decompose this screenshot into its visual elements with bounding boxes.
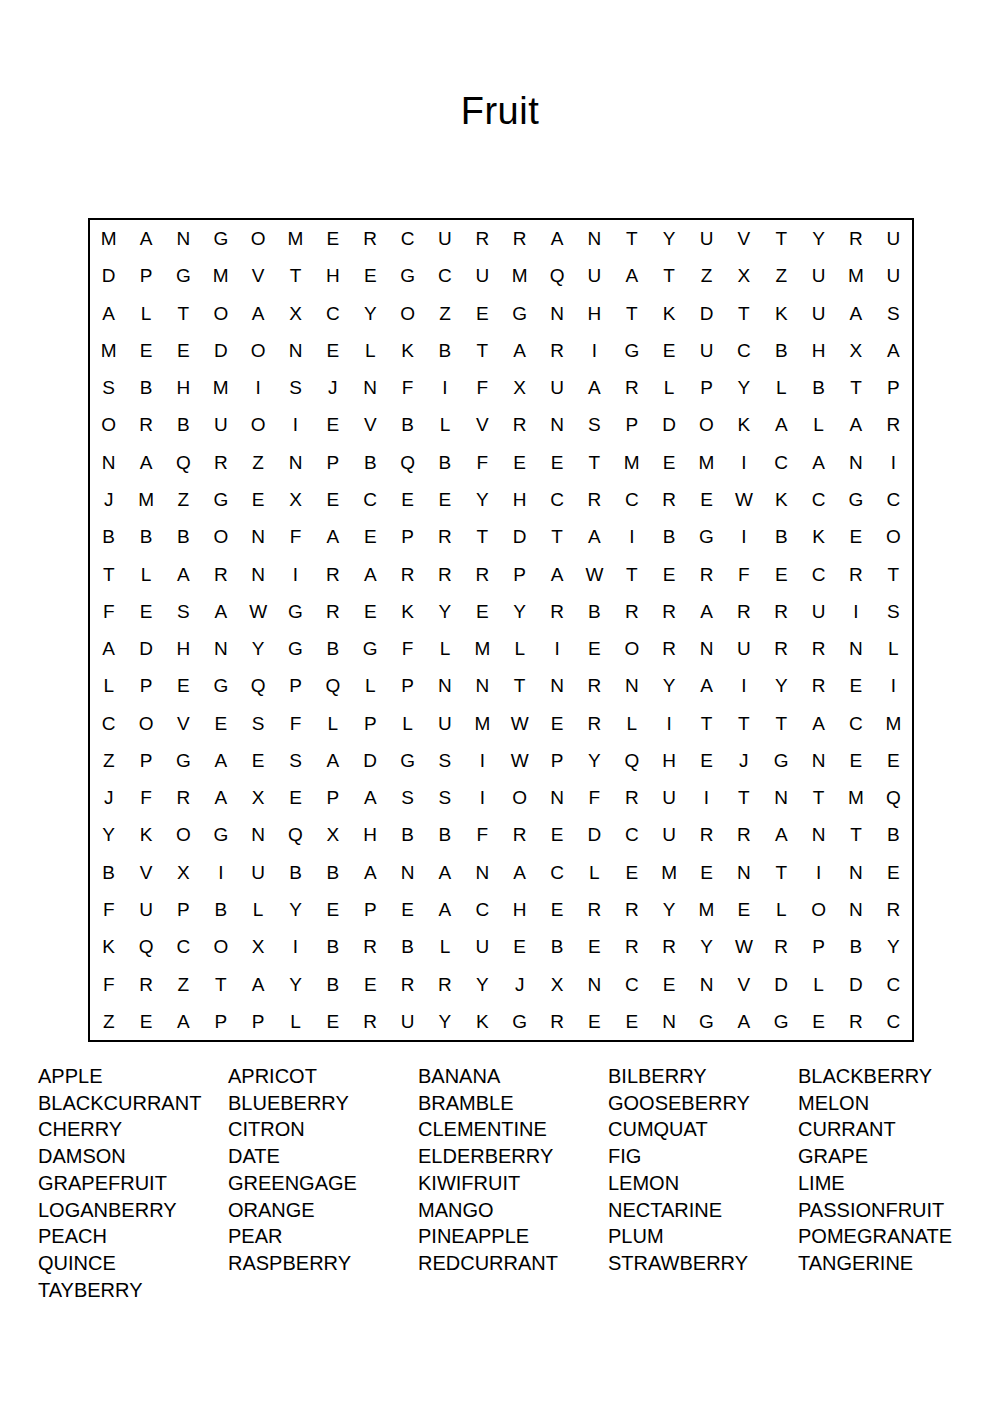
grid-cell[interactable]: U [688,220,725,257]
grid-cell[interactable]: R [837,1003,874,1040]
grid-cell[interactable]: A [239,965,276,1002]
grid-cell[interactable]: L [127,555,164,592]
grid-cell[interactable]: N [576,965,613,1002]
grid-cell[interactable]: M [464,630,501,667]
grid-cell[interactable]: Q [277,816,314,853]
grid-cell[interactable]: I [875,444,912,481]
grid-cell[interactable]: C [613,481,650,518]
grid-cell[interactable]: Y [426,593,463,630]
grid-cell[interactable]: B [352,444,389,481]
grid-cell[interactable]: D [127,630,164,667]
grid-cell[interactable]: A [202,779,239,816]
grid-cell[interactable]: N [613,667,650,704]
grid-cell[interactable]: L [650,369,687,406]
grid-cell[interactable]: T [763,220,800,257]
grid-cell[interactable]: U [688,332,725,369]
grid-cell[interactable]: Y [688,928,725,965]
grid-cell[interactable]: A [426,854,463,891]
grid-cell[interactable]: I [277,555,314,592]
grid-cell[interactable]: P [127,667,164,704]
grid-cell[interactable]: T [90,555,127,592]
grid-cell[interactable]: M [837,779,874,816]
grid-cell[interactable]: O [202,518,239,555]
grid-cell[interactable]: U [464,257,501,294]
grid-cell[interactable]: I [239,369,276,406]
grid-cell[interactable]: R [688,816,725,853]
grid-cell[interactable]: N [277,332,314,369]
grid-cell[interactable]: O [389,295,426,332]
grid-cell[interactable]: L [501,630,538,667]
grid-cell[interactable]: F [127,779,164,816]
grid-cell[interactable]: K [90,928,127,965]
grid-cell[interactable]: I [725,667,762,704]
grid-cell[interactable]: L [426,928,463,965]
grid-cell[interactable]: F [576,779,613,816]
grid-cell[interactable]: R [464,555,501,592]
grid-cell[interactable]: E [127,593,164,630]
grid-cell[interactable]: O [239,220,276,257]
grid-cell[interactable]: M [202,369,239,406]
grid-cell[interactable]: Z [763,257,800,294]
grid-cell[interactable]: N [277,444,314,481]
grid-cell[interactable]: M [127,481,164,518]
grid-cell[interactable]: U [800,593,837,630]
grid-cell[interactable]: C [875,481,912,518]
grid-cell[interactable]: F [725,555,762,592]
grid-cell[interactable]: E [239,742,276,779]
grid-cell[interactable]: B [314,965,351,1002]
grid-cell[interactable]: R [875,406,912,443]
grid-cell[interactable]: C [613,816,650,853]
grid-cell[interactable]: N [538,295,575,332]
grid-cell[interactable]: G [763,1003,800,1040]
grid-cell[interactable]: R [314,593,351,630]
grid-cell[interactable]: R [763,928,800,965]
grid-cell[interactable]: B [763,518,800,555]
grid-cell[interactable]: S [875,295,912,332]
grid-cell[interactable]: C [763,444,800,481]
grid-cell[interactable]: I [688,779,725,816]
grid-cell[interactable]: E [837,667,874,704]
grid-cell[interactable]: Z [165,481,202,518]
grid-cell[interactable]: B [90,518,127,555]
grid-cell[interactable]: A [314,518,351,555]
grid-cell[interactable]: S [277,369,314,406]
grid-cell[interactable]: F [90,965,127,1002]
grid-cell[interactable]: O [202,928,239,965]
grid-cell[interactable]: T [725,779,762,816]
grid-cell[interactable]: Y [650,667,687,704]
grid-cell[interactable]: D [688,295,725,332]
grid-cell[interactable]: D [576,816,613,853]
grid-cell[interactable]: E [650,444,687,481]
grid-cell[interactable]: R [501,220,538,257]
grid-cell[interactable]: T [576,444,613,481]
grid-cell[interactable]: B [277,854,314,891]
grid-cell[interactable]: E [389,481,426,518]
grid-cell[interactable]: G [389,257,426,294]
grid-cell[interactable]: C [538,854,575,891]
grid-cell[interactable]: E [763,555,800,592]
grid-cell[interactable]: E [650,332,687,369]
grid-cell[interactable]: E [426,481,463,518]
grid-cell[interactable]: N [538,779,575,816]
grid-cell[interactable]: D [352,742,389,779]
grid-cell[interactable]: K [127,816,164,853]
grid-cell[interactable]: P [352,705,389,742]
grid-cell[interactable]: S [277,742,314,779]
grid-cell[interactable]: E [650,555,687,592]
grid-cell[interactable]: R [426,965,463,1002]
grid-cell[interactable]: T [613,555,650,592]
grid-cell[interactable]: A [202,593,239,630]
grid-cell[interactable]: G [613,332,650,369]
grid-cell[interactable]: T [763,705,800,742]
grid-cell[interactable]: G [165,742,202,779]
grid-cell[interactable]: R [725,593,762,630]
grid-cell[interactable]: U [800,257,837,294]
grid-cell[interactable]: L [800,965,837,1002]
grid-cell[interactable]: T [837,369,874,406]
grid-cell[interactable]: X [501,369,538,406]
grid-cell[interactable]: W [576,555,613,592]
grid-cell[interactable]: C [389,220,426,257]
grid-cell[interactable]: L [127,295,164,332]
grid-cell[interactable]: G [688,1003,725,1040]
grid-cell[interactable]: R [501,816,538,853]
grid-cell[interactable]: P [389,667,426,704]
grid-cell[interactable]: R [613,891,650,928]
grid-cell[interactable]: N [576,220,613,257]
grid-cell[interactable]: E [725,891,762,928]
grid-cell[interactable]: B [389,928,426,965]
grid-cell[interactable]: R [389,555,426,592]
grid-cell[interactable]: R [127,965,164,1002]
grid-cell[interactable]: G [277,630,314,667]
grid-cell[interactable]: P [165,891,202,928]
grid-cell[interactable]: A [875,332,912,369]
grid-cell[interactable]: E [688,854,725,891]
grid-cell[interactable]: X [725,257,762,294]
grid-cell[interactable]: J [314,369,351,406]
grid-cell[interactable]: L [389,705,426,742]
grid-cell[interactable]: F [277,518,314,555]
grid-cell[interactable]: R [389,965,426,1002]
grid-cell[interactable]: E [127,1003,164,1040]
grid-cell[interactable]: D [763,965,800,1002]
grid-cell[interactable]: R [426,555,463,592]
grid-cell[interactable]: Q [314,667,351,704]
grid-cell[interactable]: V [239,257,276,294]
grid-cell[interactable]: N [352,369,389,406]
grid-cell[interactable]: H [501,481,538,518]
grid-cell[interactable]: T [277,257,314,294]
grid-cell[interactable]: G [688,518,725,555]
grid-cell[interactable]: I [538,630,575,667]
grid-cell[interactable]: L [875,630,912,667]
grid-cell[interactable]: A [127,444,164,481]
grid-cell[interactable]: R [426,518,463,555]
grid-cell[interactable]: B [426,332,463,369]
grid-cell[interactable]: U [464,928,501,965]
grid-cell[interactable]: R [650,481,687,518]
grid-cell[interactable]: K [389,593,426,630]
grid-cell[interactable]: I [464,742,501,779]
grid-cell[interactable]: Z [165,965,202,1002]
grid-cell[interactable]: O [800,891,837,928]
grid-cell[interactable]: R [202,555,239,592]
grid-cell[interactable]: I [277,928,314,965]
grid-cell[interactable]: Y [725,369,762,406]
grid-cell[interactable]: F [464,369,501,406]
grid-cell[interactable]: N [837,630,874,667]
grid-cell[interactable]: Z [90,742,127,779]
grid-cell[interactable]: K [725,406,762,443]
grid-cell[interactable]: A [837,406,874,443]
grid-cell[interactable]: M [688,444,725,481]
grid-cell[interactable]: T [800,779,837,816]
grid-cell[interactable]: I [725,518,762,555]
grid-cell[interactable]: T [650,257,687,294]
grid-cell[interactable]: C [800,481,837,518]
grid-cell[interactable]: N [239,518,276,555]
grid-cell[interactable]: S [165,593,202,630]
grid-cell[interactable]: E [165,667,202,704]
grid-cell[interactable]: X [277,481,314,518]
grid-cell[interactable]: N [464,854,501,891]
grid-cell[interactable]: O [501,779,538,816]
grid-cell[interactable]: M [501,257,538,294]
grid-cell[interactable]: U [576,257,613,294]
grid-cell[interactable]: P [314,779,351,816]
grid-cell[interactable]: U [426,705,463,742]
grid-cell[interactable]: Z [426,295,463,332]
grid-cell[interactable]: A [165,555,202,592]
grid-cell[interactable]: N [837,891,874,928]
grid-cell[interactable]: N [538,667,575,704]
grid-cell[interactable]: E [314,891,351,928]
grid-cell[interactable]: X [314,816,351,853]
grid-cell[interactable]: B [875,816,912,853]
grid-cell[interactable]: A [165,1003,202,1040]
grid-cell[interactable]: N [688,630,725,667]
grid-cell[interactable]: O [165,816,202,853]
grid-cell[interactable]: K [800,518,837,555]
grid-cell[interactable]: I [464,779,501,816]
grid-cell[interactable]: B [90,854,127,891]
grid-cell[interactable]: E [352,518,389,555]
grid-cell[interactable]: P [277,667,314,704]
grid-cell[interactable]: E [314,1003,351,1040]
grid-cell[interactable]: P [202,1003,239,1040]
grid-cell[interactable]: B [650,518,687,555]
grid-cell[interactable]: O [613,630,650,667]
grid-cell[interactable]: E [127,332,164,369]
grid-cell[interactable]: P [127,257,164,294]
grid-cell[interactable]: P [239,1003,276,1040]
grid-cell[interactable]: Y [239,630,276,667]
grid-cell[interactable]: Y [426,1003,463,1040]
grid-cell[interactable]: Q [127,928,164,965]
grid-cell[interactable]: B [314,630,351,667]
grid-cell[interactable]: E [389,891,426,928]
grid-cell[interactable]: Y [277,965,314,1002]
grid-cell[interactable]: T [613,295,650,332]
grid-cell[interactable]: H [650,742,687,779]
grid-cell[interactable]: B [389,816,426,853]
grid-cell[interactable]: I [426,369,463,406]
grid-cell[interactable]: N [538,406,575,443]
grid-cell[interactable]: K [763,481,800,518]
grid-cell[interactable]: O [239,332,276,369]
grid-cell[interactable]: C [165,928,202,965]
grid-cell[interactable]: E [239,481,276,518]
grid-cell[interactable]: F [389,369,426,406]
grid-cell[interactable]: A [800,444,837,481]
grid-cell[interactable]: F [90,891,127,928]
grid-cell[interactable]: B [538,928,575,965]
grid-cell[interactable]: Z [90,1003,127,1040]
grid-cell[interactable]: R [538,1003,575,1040]
grid-cell[interactable]: R [875,891,912,928]
grid-cell[interactable]: M [202,257,239,294]
grid-cell[interactable]: E [875,854,912,891]
grid-cell[interactable]: R [314,555,351,592]
grid-cell[interactable]: N [837,444,874,481]
grid-cell[interactable]: F [277,705,314,742]
grid-cell[interactable]: A [202,742,239,779]
grid-cell[interactable]: M [277,220,314,257]
grid-cell[interactable]: E [650,965,687,1002]
grid-cell[interactable]: U [426,220,463,257]
grid-cell[interactable]: R [763,593,800,630]
grid-cell[interactable]: R [127,406,164,443]
grid-cell[interactable]: N [389,854,426,891]
grid-cell[interactable]: J [90,779,127,816]
grid-cell[interactable]: E [538,705,575,742]
grid-cell[interactable]: R [352,928,389,965]
grid-cell[interactable]: L [277,1003,314,1040]
grid-cell[interactable]: A [576,518,613,555]
grid-cell[interactable]: E [837,742,874,779]
grid-cell[interactable]: C [837,705,874,742]
grid-cell[interactable]: E [576,928,613,965]
grid-cell[interactable]: N [239,555,276,592]
grid-cell[interactable]: S [875,593,912,630]
grid-cell[interactable]: M [875,705,912,742]
grid-cell[interactable]: W [725,481,762,518]
grid-cell[interactable]: T [725,705,762,742]
grid-cell[interactable]: A [90,630,127,667]
grid-cell[interactable]: P [314,444,351,481]
grid-cell[interactable]: A [314,742,351,779]
grid-cell[interactable]: B [314,928,351,965]
grid-cell[interactable]: T [688,705,725,742]
grid-cell[interactable]: T [464,332,501,369]
grid-cell[interactable]: A [538,220,575,257]
grid-cell[interactable]: C [314,295,351,332]
grid-cell[interactable]: U [800,295,837,332]
grid-cell[interactable]: W [239,593,276,630]
grid-cell[interactable]: B [165,406,202,443]
grid-cell[interactable]: L [613,705,650,742]
grid-cell[interactable]: K [464,1003,501,1040]
grid-cell[interactable]: E [352,965,389,1002]
grid-cell[interactable]: O [202,295,239,332]
grid-cell[interactable]: E [314,406,351,443]
grid-cell[interactable]: X [837,332,874,369]
grid-cell[interactable]: M [90,332,127,369]
grid-cell[interactable]: O [688,406,725,443]
grid-cell[interactable]: E [538,891,575,928]
grid-cell[interactable]: X [277,295,314,332]
grid-cell[interactable]: F [90,593,127,630]
grid-cell[interactable]: A [688,593,725,630]
grid-cell[interactable]: C [875,965,912,1002]
grid-cell[interactable]: G [202,220,239,257]
grid-cell[interactable]: V [725,965,762,1002]
grid-cell[interactable]: A [426,891,463,928]
grid-cell[interactable]: A [352,555,389,592]
grid-cell[interactable]: E [202,705,239,742]
grid-cell[interactable]: L [426,406,463,443]
grid-cell[interactable]: N [650,1003,687,1040]
grid-cell[interactable]: W [501,742,538,779]
grid-cell[interactable]: I [576,332,613,369]
grid-cell[interactable]: H [314,257,351,294]
grid-cell[interactable]: E [688,742,725,779]
grid-cell[interactable]: E [576,630,613,667]
grid-cell[interactable]: R [576,667,613,704]
grid-cell[interactable]: Y [277,891,314,928]
grid-cell[interactable]: S [389,779,426,816]
grid-cell[interactable]: B [389,406,426,443]
grid-cell[interactable]: Y [650,220,687,257]
grid-cell[interactable]: N [165,220,202,257]
grid-cell[interactable]: D [837,965,874,1002]
grid-cell[interactable]: A [688,667,725,704]
grid-cell[interactable]: G [202,667,239,704]
grid-cell[interactable]: T [464,518,501,555]
grid-cell[interactable]: E [464,295,501,332]
grid-cell[interactable]: I [875,667,912,704]
grid-cell[interactable]: N [800,742,837,779]
grid-cell[interactable]: W [501,705,538,742]
grid-cell[interactable]: B [837,928,874,965]
grid-cell[interactable]: B [314,854,351,891]
grid-cell[interactable]: P [800,928,837,965]
grid-cell[interactable]: U [389,1003,426,1040]
grid-cell[interactable]: N [837,854,874,891]
grid-cell[interactable]: H [800,332,837,369]
grid-cell[interactable]: L [763,891,800,928]
grid-cell[interactable]: S [426,742,463,779]
grid-cell[interactable]: J [725,742,762,779]
grid-cell[interactable]: W [725,928,762,965]
grid-cell[interactable]: T [538,518,575,555]
grid-cell[interactable]: E [837,518,874,555]
grid-cell[interactable]: F [389,630,426,667]
grid-cell[interactable]: J [501,965,538,1002]
grid-cell[interactable]: L [576,854,613,891]
grid-cell[interactable]: B [127,369,164,406]
grid-cell[interactable]: T [725,295,762,332]
grid-cell[interactable]: U [538,369,575,406]
grid-cell[interactable]: R [202,444,239,481]
grid-cell[interactable]: Q [239,667,276,704]
grid-cell[interactable]: C [464,891,501,928]
grid-cell[interactable]: R [538,332,575,369]
